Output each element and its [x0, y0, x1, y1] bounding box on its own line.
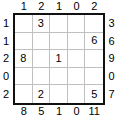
cell-r1c4[interactable] [68, 15, 86, 33]
cell-r2c4[interactable] [68, 33, 86, 51]
clue-top-4: 0 [68, 0, 86, 12]
cell-r1c2[interactable]: 3 [33, 15, 51, 33]
top-clues: 1 2 1 0 2 [15, 0, 103, 12]
cell-r5c1[interactable] [15, 85, 33, 103]
clue-bottom-2: 5 [33, 104, 51, 118]
clue-top-5: 2 [85, 0, 103, 12]
clue-left-1: 1 [0, 15, 12, 33]
clue-bottom-4: 0 [68, 104, 86, 118]
cell-r3c2[interactable] [33, 50, 51, 68]
cell-r5c5[interactable]: 5 [85, 85, 103, 103]
clue-top-2: 2 [33, 0, 51, 12]
cell-r3c1[interactable]: 8 [15, 50, 33, 68]
cell-r2c5[interactable]: 6 [85, 33, 103, 51]
clue-left-2: 1 [0, 33, 12, 51]
cell-r4c5[interactable] [85, 68, 103, 86]
cell-r3c5[interactable] [85, 50, 103, 68]
clue-right-1: 3 [104, 15, 119, 33]
left-clues: 1 1 2 0 2 [0, 15, 12, 103]
cell-r5c3[interactable] [50, 85, 68, 103]
cell-r3c4[interactable] [68, 50, 86, 68]
clue-right-2: 6 [104, 33, 119, 51]
cell-r2c3[interactable] [50, 33, 68, 51]
cell-r5c4[interactable] [68, 85, 86, 103]
clue-left-3: 2 [0, 50, 12, 68]
clue-bottom-3: 1 [50, 104, 68, 118]
clue-left-4: 0 [0, 68, 12, 86]
clue-left-5: 2 [0, 85, 12, 103]
cell-r1c3[interactable] [50, 15, 68, 33]
clue-bottom-5: 11 [85, 104, 103, 118]
cell-r5c2[interactable]: 2 [33, 85, 51, 103]
clue-right-3: 9 [104, 50, 119, 68]
puzzle-stage: 1 2 1 0 2 1 1 2 0 2 3 6 9 0 7 8 5 1 0 11… [0, 0, 120, 120]
cell-r4c1[interactable] [15, 68, 33, 86]
cell-r4c2[interactable] [33, 68, 51, 86]
clue-top-1: 1 [15, 0, 33, 12]
clue-bottom-1: 8 [15, 104, 33, 118]
clue-right-5: 7 [104, 85, 119, 103]
cell-r4c4[interactable] [68, 68, 86, 86]
cell-r4c3[interactable] [50, 68, 68, 86]
clue-top-3: 1 [50, 0, 68, 12]
cell-r3c3[interactable]: 1 [50, 50, 68, 68]
bottom-clues: 8 5 1 0 11 [15, 104, 103, 118]
clue-right-4: 0 [104, 68, 119, 86]
cell-r2c1[interactable] [15, 33, 33, 51]
cell-r1c1[interactable] [15, 15, 33, 33]
right-clues: 3 6 9 0 7 [104, 15, 119, 103]
cell-r2c2[interactable] [33, 33, 51, 51]
cell-r1c5[interactable] [85, 15, 103, 33]
puzzle-board: 3 6 8 1 2 5 [13, 13, 105, 105]
